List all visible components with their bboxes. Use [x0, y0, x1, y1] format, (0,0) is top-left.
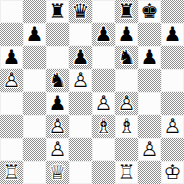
square-e1[interactable] [92, 161, 115, 184]
square-e5[interactable] [92, 69, 115, 92]
black-rook-f8: ♜ [115, 0, 138, 23]
square-g6[interactable]: ♟ [138, 46, 161, 69]
square-c7[interactable] [46, 23, 69, 46]
square-c5[interactable]: ♞ [46, 69, 69, 92]
square-b3[interactable] [23, 115, 46, 138]
square-a6[interactable]: ♟ [0, 46, 23, 69]
black-pawn-d6: ♟ [69, 46, 92, 69]
square-c4[interactable]: ♟ [46, 92, 69, 115]
square-g2[interactable]: ♟♙ [138, 138, 161, 161]
white-pawn-g2: ♟♙ [138, 138, 161, 161]
square-a1[interactable]: ♜♖ [0, 161, 23, 184]
square-a2[interactable] [0, 138, 23, 161]
square-e8[interactable] [92, 0, 115, 23]
square-a8[interactable] [0, 0, 23, 23]
black-queen-d8: ♛ [69, 0, 92, 23]
square-f1[interactable]: ♜♖ [115, 161, 138, 184]
black-knight-glyph: ♞ [46, 69, 69, 92]
square-g3[interactable] [138, 115, 161, 138]
black-pawn-f7: ♟ [115, 23, 138, 46]
square-h2[interactable] [161, 138, 184, 161]
square-g8[interactable]: ♚ [138, 0, 161, 23]
white-bishop-outline-glyph: ♗ [92, 115, 115, 138]
square-b7[interactable]: ♟ [23, 23, 46, 46]
black-pawn-glyph: ♟ [92, 23, 115, 46]
black-king-g8: ♚ [138, 0, 161, 23]
square-f5[interactable] [115, 69, 138, 92]
black-queen-glyph: ♛ [69, 0, 92, 23]
square-b4[interactable] [23, 92, 46, 115]
white-rook-f1: ♜♖ [115, 161, 138, 184]
square-b2[interactable] [23, 138, 46, 161]
white-bishop-e3: ♝♗ [92, 115, 115, 138]
black-pawn-glyph: ♟ [161, 23, 184, 46]
white-pawn-outline-glyph: ♙ [92, 92, 115, 115]
white-pawn-c2: ♟♙ [46, 138, 69, 161]
white-pawn-outline-glyph: ♙ [115, 92, 138, 115]
square-b5[interactable] [23, 69, 46, 92]
square-c3[interactable]: ♟♙ [46, 115, 69, 138]
white-pawn-a5: ♟♙ [0, 69, 23, 92]
square-h1[interactable]: ♚♔ [161, 161, 184, 184]
white-pawn-outline-glyph: ♙ [0, 69, 23, 92]
square-f8[interactable]: ♜ [115, 0, 138, 23]
black-pawn-glyph: ♟ [115, 23, 138, 46]
white-queen-c1: ♛♕ [46, 161, 69, 184]
square-b1[interactable] [23, 161, 46, 184]
black-pawn-g6: ♟ [138, 46, 161, 69]
white-pawn-outline-glyph: ♙ [46, 138, 69, 161]
square-e4[interactable]: ♟♙ [92, 92, 115, 115]
white-pawn-e4: ♟♙ [92, 92, 115, 115]
square-f4[interactable]: ♟♙ [115, 92, 138, 115]
square-d2[interactable] [69, 138, 92, 161]
white-queen-outline-glyph: ♕ [46, 161, 69, 184]
black-pawn-b7: ♟ [23, 23, 46, 46]
square-d5[interactable]: ♟♙ [69, 69, 92, 92]
white-pawn-f4: ♟♙ [115, 92, 138, 115]
white-pawn-outline-glyph: ♙ [69, 69, 92, 92]
square-g5[interactable] [138, 69, 161, 92]
square-e2[interactable] [92, 138, 115, 161]
square-h7[interactable]: ♟ [161, 23, 184, 46]
square-f6[interactable]: ♞ [115, 46, 138, 69]
square-g7[interactable] [138, 23, 161, 46]
square-e6[interactable] [92, 46, 115, 69]
square-h5[interactable] [161, 69, 184, 92]
black-pawn-glyph: ♟ [138, 46, 161, 69]
chess-board: ♜♛♜♚♟♟♟♟♟♟♞♟♟♙♞♟♙♟♟♙♟♙♟♙♝♗♝♗♟♙♟♙♟♙♜♖♛♕♜♖… [0, 0, 184, 184]
black-knight-c5: ♞ [46, 69, 69, 92]
black-pawn-a6: ♟ [0, 46, 23, 69]
square-d1[interactable] [69, 161, 92, 184]
white-pawn-outline-glyph: ♙ [46, 115, 69, 138]
black-rook-c8: ♜ [46, 0, 69, 23]
black-pawn-glyph: ♟ [46, 92, 69, 115]
black-pawn-e7: ♟ [92, 23, 115, 46]
square-c8[interactable]: ♜ [46, 0, 69, 23]
square-h6[interactable] [161, 46, 184, 69]
square-h3[interactable]: ♟♙ [161, 115, 184, 138]
square-f7[interactable]: ♟ [115, 23, 138, 46]
square-d3[interactable] [69, 115, 92, 138]
square-f3[interactable]: ♝♗ [115, 115, 138, 138]
black-rook-glyph: ♜ [115, 0, 138, 23]
black-pawn-glyph: ♟ [0, 46, 23, 69]
square-g1[interactable] [138, 161, 161, 184]
square-a4[interactable] [0, 92, 23, 115]
square-e3[interactable]: ♝♗ [92, 115, 115, 138]
square-d7[interactable] [69, 23, 92, 46]
white-rook-a1: ♜♖ [0, 161, 23, 184]
square-b6[interactable] [23, 46, 46, 69]
white-pawn-h3: ♟♙ [161, 115, 184, 138]
black-pawn-glyph: ♟ [23, 23, 46, 46]
black-pawn-c4: ♟ [46, 92, 69, 115]
square-g4[interactable] [138, 92, 161, 115]
black-pawn-glyph: ♟ [69, 46, 92, 69]
square-f2[interactable] [115, 138, 138, 161]
square-c1[interactable]: ♛♕ [46, 161, 69, 184]
black-knight-f6: ♞ [115, 46, 138, 69]
black-rook-glyph: ♜ [46, 0, 69, 23]
square-d6[interactable]: ♟ [69, 46, 92, 69]
white-rook-outline-glyph: ♖ [0, 161, 23, 184]
square-c2[interactable]: ♟♙ [46, 138, 69, 161]
square-a5[interactable]: ♟♙ [0, 69, 23, 92]
white-rook-outline-glyph: ♖ [115, 161, 138, 184]
square-d4[interactable] [69, 92, 92, 115]
white-bishop-outline-glyph: ♗ [115, 115, 138, 138]
white-pawn-outline-glyph: ♙ [138, 138, 161, 161]
square-e7[interactable]: ♟ [92, 23, 115, 46]
black-knight-glyph: ♞ [115, 46, 138, 69]
white-pawn-outline-glyph: ♙ [161, 115, 184, 138]
white-pawn-c3: ♟♙ [46, 115, 69, 138]
square-d8[interactable]: ♛ [69, 0, 92, 23]
white-bishop-f3: ♝♗ [115, 115, 138, 138]
square-b8[interactable] [23, 0, 46, 23]
black-pawn-h7: ♟ [161, 23, 184, 46]
black-king-glyph: ♚ [138, 0, 161, 23]
square-h8[interactable] [161, 0, 184, 23]
white-king-outline-glyph: ♔ [161, 161, 184, 184]
square-h4[interactable] [161, 92, 184, 115]
square-a7[interactable] [0, 23, 23, 46]
white-pawn-d5: ♟♙ [69, 69, 92, 92]
square-c6[interactable] [46, 46, 69, 69]
square-a3[interactable] [0, 115, 23, 138]
white-king-h1: ♚♔ [161, 161, 184, 184]
